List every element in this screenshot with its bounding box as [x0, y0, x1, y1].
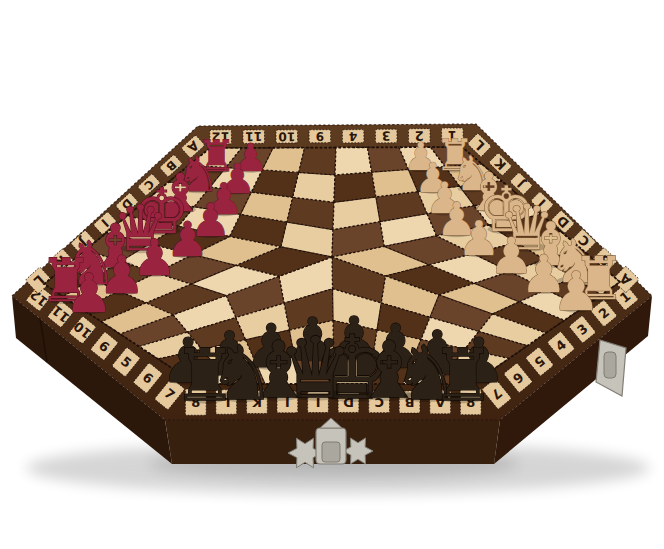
cell-tr-20: [334, 172, 376, 202]
top-label-4: 4: [342, 129, 364, 143]
side-latch-hasp: [604, 352, 616, 378]
label-char: 4: [349, 129, 358, 143]
red-pawn: ♟: [65, 262, 113, 325]
product-photo-three-player-chess: 8LKJIDCBA81211109567123456712111094321LK…: [0, 0, 664, 549]
top-label-3: 3: [375, 128, 397, 143]
cell-tl-03: [299, 148, 336, 175]
cell-tr-30: [335, 147, 372, 175]
label-char: 9: [316, 129, 324, 143]
latch-hasp: [322, 442, 340, 462]
black-rook: ♜: [173, 333, 237, 417]
black-rook: ♜: [431, 333, 495, 417]
label-char: 3: [382, 129, 391, 144]
top-label-9: 9: [309, 129, 331, 143]
label-char: 10: [278, 129, 295, 143]
white-pawn: ♟: [552, 260, 600, 323]
cell-tl-02: [293, 172, 335, 202]
three-player-chess-board: 8LKJIDCBA81211109567123456712111094321LK…: [0, 0, 664, 549]
top-label-10: 10: [276, 129, 298, 143]
right-side-latch: [596, 340, 626, 396]
